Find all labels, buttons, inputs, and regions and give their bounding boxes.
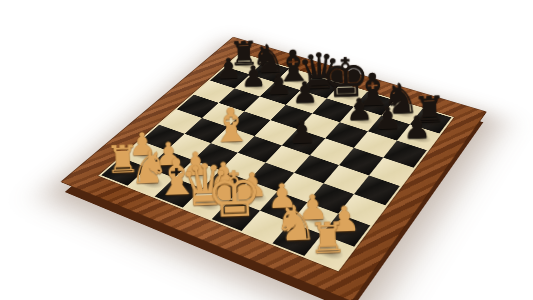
piece-bP-d7: ♟ — [286, 90, 327, 113]
piece-bP-h7: ♟ — [397, 124, 439, 150]
camera-tilt-wrapper: ♜♞♝♛♚♝♞♜♟♟♟♟♟♟♟♟♝♟♟♟♟♟♟♟♟♜♞♝♛♚♞♜ — [0, 0, 533, 300]
chess-set-product-photo: ♜♞♝♛♚♝♞♜♟♟♟♟♟♟♟♟♝♟♟♟♟♟♟♟♟♜♞♝♛♚♞♜ — [0, 0, 533, 300]
pieces-layer: ♜♞♝♛♚♝♞♜♟♟♟♟♟♟♟♟♝♟♟♟♟♟♟♟♟♜♞♝♛♚♞♜ — [60, 37, 487, 300]
chess-board: ♜♞♝♛♚♝♞♜♟♟♟♟♟♟♟♟♝♟♟♟♟♟♟♟♟♜♞♝♛♚♞♜ — [60, 37, 487, 300]
piece-wR-h1: ♜ — [304, 234, 354, 269]
